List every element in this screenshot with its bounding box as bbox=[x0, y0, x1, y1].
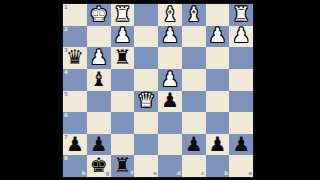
square-h4[interactable]: 4 bbox=[63, 69, 87, 91]
square-h8[interactable]: 8h bbox=[63, 155, 87, 177]
white-pawn-b2[interactable]: ♟ bbox=[208, 25, 226, 45]
square-e6[interactable] bbox=[134, 112, 158, 134]
white-pawn-g3[interactable]: ♟ bbox=[90, 47, 108, 67]
white-rook-a1[interactable]: ♜ bbox=[232, 4, 250, 24]
square-d4[interactable]: ♟ bbox=[158, 69, 182, 91]
chess-board: 1♚♜♝♝♜2♟♟♟♟3♛♟♜4♝♟5♛♟67♟♟♟♟♟8hg♚f♜edcba bbox=[63, 4, 253, 177]
square-f2[interactable]: ♟ bbox=[111, 26, 135, 48]
square-b1[interactable] bbox=[206, 4, 230, 26]
square-f5[interactable] bbox=[111, 91, 135, 113]
square-d8[interactable]: d bbox=[158, 155, 182, 177]
square-e5[interactable]: ♛ bbox=[134, 91, 158, 113]
white-pawn-d2[interactable]: ♟ bbox=[161, 25, 179, 45]
square-g3[interactable]: ♟ bbox=[87, 47, 111, 69]
black-pawn-c7[interactable]: ♟ bbox=[185, 134, 203, 154]
square-a3[interactable] bbox=[229, 47, 253, 69]
rank-label-4: 4 bbox=[64, 70, 68, 76]
square-a5[interactable] bbox=[229, 91, 253, 113]
square-f1[interactable]: ♜ bbox=[111, 4, 135, 26]
white-king-g1[interactable]: ♚ bbox=[90, 4, 108, 24]
square-e7[interactable] bbox=[134, 134, 158, 156]
square-h2[interactable]: 2 bbox=[63, 26, 87, 48]
square-g2[interactable] bbox=[87, 26, 111, 48]
square-c4[interactable] bbox=[182, 69, 206, 91]
square-c1[interactable]: ♝ bbox=[182, 4, 206, 26]
square-e3[interactable] bbox=[134, 47, 158, 69]
square-f4[interactable] bbox=[111, 69, 135, 91]
square-g1[interactable]: ♚ bbox=[87, 4, 111, 26]
letterbox-left bbox=[0, 0, 63, 180]
white-pawn-d4[interactable]: ♟ bbox=[161, 69, 179, 89]
square-h6[interactable]: 6 bbox=[63, 112, 87, 134]
rank-label-1: 1 bbox=[64, 5, 68, 11]
square-b3[interactable] bbox=[206, 47, 230, 69]
video-frame: 1♚♜♝♝♜2♟♟♟♟3♛♟♜4♝♟5♛♟67♟♟♟♟♟8hg♚f♜edcba bbox=[0, 0, 320, 180]
square-a6[interactable] bbox=[229, 112, 253, 134]
square-f8[interactable]: f♜ bbox=[111, 155, 135, 177]
square-d7[interactable] bbox=[158, 134, 182, 156]
white-rook-f1[interactable]: ♜ bbox=[113, 4, 131, 24]
square-e4[interactable] bbox=[134, 69, 158, 91]
square-h1[interactable]: 1 bbox=[63, 4, 87, 26]
square-b5[interactable] bbox=[206, 91, 230, 113]
square-d5[interactable]: ♟ bbox=[158, 91, 182, 113]
square-b8[interactable]: b bbox=[206, 155, 230, 177]
file-label-a: a bbox=[248, 171, 252, 177]
black-pawn-h7[interactable]: ♟ bbox=[66, 134, 84, 154]
square-a7[interactable]: ♟ bbox=[229, 134, 253, 156]
square-d2[interactable]: ♟ bbox=[158, 26, 182, 48]
square-g4[interactable]: ♝ bbox=[87, 69, 111, 91]
square-g8[interactable]: g♚ bbox=[87, 155, 111, 177]
square-e1[interactable] bbox=[134, 4, 158, 26]
square-d3[interactable] bbox=[158, 47, 182, 69]
square-d1[interactable]: ♝ bbox=[158, 4, 182, 26]
square-b4[interactable] bbox=[206, 69, 230, 91]
black-pawn-d5[interactable]: ♟ bbox=[161, 90, 179, 110]
square-c7[interactable]: ♟ bbox=[182, 134, 206, 156]
file-label-e: e bbox=[153, 171, 157, 177]
file-label-c: c bbox=[201, 171, 204, 177]
black-pawn-b7[interactable]: ♟ bbox=[208, 134, 226, 154]
black-queen-h3[interactable]: ♛ bbox=[66, 47, 84, 67]
black-bishop-g4[interactable]: ♝ bbox=[90, 69, 108, 89]
black-pawn-a7[interactable]: ♟ bbox=[232, 134, 250, 154]
square-h3[interactable]: 3♛ bbox=[63, 47, 87, 69]
square-c6[interactable] bbox=[182, 112, 206, 134]
square-b2[interactable]: ♟ bbox=[206, 26, 230, 48]
black-rook-f3[interactable]: ♜ bbox=[113, 47, 131, 67]
square-e2[interactable] bbox=[134, 26, 158, 48]
square-g5[interactable] bbox=[87, 91, 111, 113]
rank-label-6: 6 bbox=[64, 113, 68, 119]
square-c3[interactable] bbox=[182, 47, 206, 69]
square-c2[interactable] bbox=[182, 26, 206, 48]
letterbox-right bbox=[253, 0, 320, 180]
white-queen-e5[interactable]: ♛ bbox=[137, 90, 155, 110]
square-d6[interactable] bbox=[158, 112, 182, 134]
square-a8[interactable]: a bbox=[229, 155, 253, 177]
square-h7[interactable]: 7♟ bbox=[63, 134, 87, 156]
white-pawn-a2[interactable]: ♟ bbox=[232, 25, 250, 45]
black-king-g8[interactable]: ♚ bbox=[90, 155, 108, 175]
rank-label-8: 8 bbox=[64, 156, 68, 162]
square-a1[interactable]: ♜ bbox=[229, 4, 253, 26]
file-label-h: h bbox=[82, 171, 86, 177]
rank-label-2: 2 bbox=[64, 27, 68, 33]
rank-label-5: 5 bbox=[64, 92, 68, 98]
square-f3[interactable]: ♜ bbox=[111, 47, 135, 69]
square-g6[interactable] bbox=[87, 112, 111, 134]
square-b7[interactable]: ♟ bbox=[206, 134, 230, 156]
black-pawn-g7[interactable]: ♟ bbox=[90, 134, 108, 154]
square-c8[interactable]: c bbox=[182, 155, 206, 177]
black-rook-f8[interactable]: ♜ bbox=[113, 155, 131, 175]
white-bishop-d1[interactable]: ♝ bbox=[161, 4, 179, 24]
square-f7[interactable] bbox=[111, 134, 135, 156]
square-a2[interactable]: ♟ bbox=[229, 26, 253, 48]
square-b6[interactable] bbox=[206, 112, 230, 134]
square-h5[interactable]: 5 bbox=[63, 91, 87, 113]
white-bishop-c1[interactable]: ♝ bbox=[185, 4, 203, 24]
square-e8[interactable]: e bbox=[134, 155, 158, 177]
square-c5[interactable] bbox=[182, 91, 206, 113]
square-g7[interactable]: ♟ bbox=[87, 134, 111, 156]
white-pawn-f2[interactable]: ♟ bbox=[113, 25, 131, 45]
file-label-d: d bbox=[177, 171, 181, 177]
square-a4[interactable] bbox=[229, 69, 253, 91]
file-label-b: b bbox=[224, 171, 228, 177]
square-f6[interactable] bbox=[111, 112, 135, 134]
